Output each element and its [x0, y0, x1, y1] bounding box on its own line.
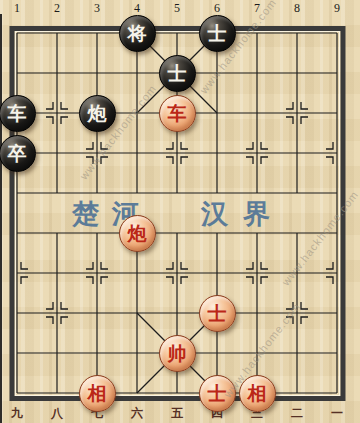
piece-black-soldier[interactable]: 卒: [0, 135, 36, 172]
piece-red-advisor[interactable]: 士: [199, 375, 236, 412]
piece-red-advisor[interactable]: 士: [199, 295, 236, 332]
piece-black-chariot[interactable]: 车: [0, 95, 36, 132]
piece-red-general[interactable]: 帅: [159, 335, 196, 372]
piece-red-elephant[interactable]: 相: [239, 375, 276, 412]
piece-red-elephant[interactable]: 相: [79, 375, 116, 412]
xiangqi-board-screen: 123456789 九八七六五四三二一 楚河 汉界 将士士车炮车卒炮士帅相士相 …: [0, 0, 360, 423]
piece-black-advisor[interactable]: 士: [159, 55, 196, 92]
board: 将士士车炮车卒炮士帅相士相: [0, 13, 357, 413]
piece-red-chariot[interactable]: 车: [159, 95, 196, 132]
piece-black-general[interactable]: 将: [119, 15, 156, 52]
piece-black-cannon[interactable]: 炮: [79, 95, 116, 132]
piece-red-cannon[interactable]: 炮: [119, 215, 156, 252]
piece-black-advisor[interactable]: 士: [199, 15, 236, 52]
